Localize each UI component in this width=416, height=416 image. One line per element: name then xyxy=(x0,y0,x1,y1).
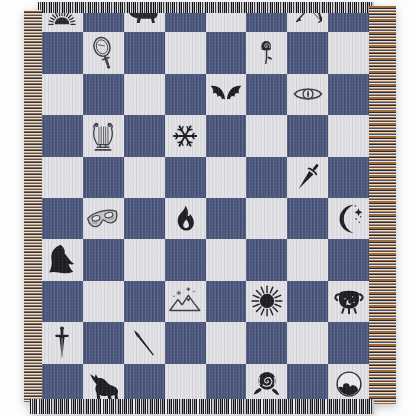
board-square xyxy=(328,157,369,198)
board-square xyxy=(83,157,124,198)
board-square xyxy=(206,322,247,363)
board-square xyxy=(83,115,124,156)
board-square xyxy=(124,239,165,280)
board-square xyxy=(124,198,165,239)
board-square xyxy=(165,322,206,363)
board-square xyxy=(83,74,124,115)
fox-icon xyxy=(125,13,163,31)
board-square xyxy=(124,157,165,198)
board-square xyxy=(328,322,369,363)
board-square xyxy=(328,115,369,156)
board-square xyxy=(328,198,369,239)
moon-stars-icon xyxy=(331,201,367,237)
board-square xyxy=(287,281,328,322)
board-square xyxy=(165,239,206,280)
paintbrush-icon xyxy=(126,325,162,361)
cauldron-icon xyxy=(331,283,367,319)
board-square xyxy=(165,74,206,115)
board-square xyxy=(124,115,165,156)
board-square xyxy=(83,281,124,322)
board-square xyxy=(287,239,328,280)
board-square xyxy=(246,32,287,73)
howling-wolf-icon xyxy=(84,365,122,399)
board-square xyxy=(246,157,287,198)
board-square xyxy=(165,13,206,32)
lyre-icon xyxy=(85,118,121,154)
board-square xyxy=(287,74,328,115)
masquerade-mask-icon xyxy=(84,200,122,238)
bow-arrow-icon xyxy=(290,13,326,30)
board-square xyxy=(124,322,165,363)
board-grid xyxy=(42,13,369,399)
board-square xyxy=(246,322,287,363)
wave-circle-icon xyxy=(331,366,367,399)
board-square xyxy=(246,74,287,115)
board-square xyxy=(206,157,247,198)
board-square xyxy=(83,32,124,73)
dagger-icon xyxy=(291,160,325,194)
board-square xyxy=(206,198,247,239)
board-square xyxy=(42,13,83,32)
fringe-right xyxy=(369,6,396,404)
board-square xyxy=(42,281,83,322)
board-square xyxy=(328,32,369,73)
blanket xyxy=(24,2,396,414)
board-square xyxy=(42,364,83,399)
board-square xyxy=(124,364,165,399)
board xyxy=(42,13,369,399)
board-square xyxy=(287,364,328,399)
board-square xyxy=(165,32,206,73)
board-square xyxy=(42,322,83,363)
sun-icon xyxy=(249,283,285,319)
rising-sun-icon xyxy=(45,13,79,32)
board-square xyxy=(246,364,287,399)
sword-icon xyxy=(44,325,80,361)
board-square xyxy=(165,364,206,399)
board-square xyxy=(246,198,287,239)
board-square xyxy=(206,281,247,322)
board-square xyxy=(287,115,328,156)
board-square xyxy=(328,281,369,322)
bat-wings-icon xyxy=(208,76,244,112)
board-square xyxy=(83,239,124,280)
board-square xyxy=(246,13,287,32)
board-square xyxy=(246,239,287,280)
rose-stem-icon xyxy=(251,37,283,69)
board-square xyxy=(206,364,247,399)
product-photo-background xyxy=(0,0,416,416)
board-square xyxy=(83,198,124,239)
board-square xyxy=(83,322,124,363)
board-square xyxy=(165,198,206,239)
board-square xyxy=(246,115,287,156)
rose-bloom-icon xyxy=(249,366,285,399)
board-square xyxy=(206,115,247,156)
board-square xyxy=(206,13,247,32)
fringe-left xyxy=(24,10,42,402)
board-square xyxy=(42,32,83,73)
board-square xyxy=(328,13,369,32)
board-square xyxy=(42,239,83,280)
snowflake-icon xyxy=(169,120,201,152)
board-square xyxy=(287,157,328,198)
board-square xyxy=(124,281,165,322)
board-square xyxy=(206,74,247,115)
board-square xyxy=(165,115,206,156)
board-square xyxy=(287,198,328,239)
board-square xyxy=(165,157,206,198)
board-square xyxy=(287,32,328,73)
board-square xyxy=(124,13,165,32)
mountains-icon xyxy=(166,282,204,320)
eye-icon xyxy=(290,76,326,112)
board-square xyxy=(287,13,328,32)
board-square xyxy=(42,115,83,156)
board-square xyxy=(42,198,83,239)
hand-mirror-icon xyxy=(84,34,122,72)
cloak-icon xyxy=(44,242,80,278)
board-square xyxy=(287,322,328,363)
board-square xyxy=(246,281,287,322)
board-square xyxy=(328,239,369,280)
board-square xyxy=(206,239,247,280)
flame-icon xyxy=(169,203,201,235)
board-square xyxy=(165,281,206,322)
board-square xyxy=(42,74,83,115)
board-square xyxy=(328,74,369,115)
board-square xyxy=(328,364,369,399)
board-square xyxy=(124,74,165,115)
board-square xyxy=(83,13,124,32)
board-square xyxy=(206,32,247,73)
board-square xyxy=(83,364,124,399)
board-square xyxy=(42,157,83,198)
board-square xyxy=(124,32,165,73)
